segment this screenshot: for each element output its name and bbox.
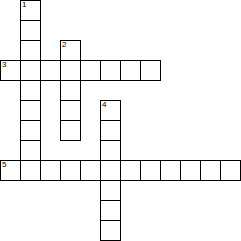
crossword-cell-r6c5[interactable] — [100, 120, 121, 141]
clue-number-2: 2 — [62, 41, 66, 49]
crossword-cell-r1c1[interactable] — [20, 20, 41, 41]
crossword-cell-r9c5[interactable] — [100, 180, 121, 201]
crossword-cell-r3c6[interactable] — [120, 60, 141, 81]
crossword-cell-r8c7[interactable] — [140, 160, 161, 181]
crossword-cell-r8c6[interactable] — [120, 160, 141, 181]
crossword-cell-r8c11[interactable] — [220, 160, 241, 181]
crossword-cell-r8c10[interactable] — [200, 160, 221, 181]
crossword-cell-r5c3[interactable] — [60, 100, 81, 121]
crossword-cell-r8c4[interactable] — [80, 160, 101, 181]
crossword-cell-r10c5[interactable] — [100, 200, 121, 221]
crossword-cell-r7c1[interactable] — [20, 140, 41, 161]
clue-number-4: 4 — [102, 101, 106, 109]
clue-number-3: 3 — [2, 61, 6, 69]
crossword-cell-r4c3[interactable] — [60, 80, 81, 101]
crossword-cell-r8c9[interactable] — [180, 160, 201, 181]
crossword-grid: 12345 — [0, 0, 241, 241]
crossword-cell-r3c1[interactable] — [20, 60, 41, 81]
crossword-cell-r2c1[interactable] — [20, 40, 41, 61]
clue-number-1: 1 — [22, 1, 26, 9]
crossword-cell-r5c1[interactable] — [20, 100, 41, 121]
crossword-cell-r8c8[interactable] — [160, 160, 181, 181]
crossword-cell-r8c5[interactable] — [100, 160, 121, 181]
crossword-cell-r7c5[interactable] — [100, 140, 121, 161]
crossword-cell-r3c2[interactable] — [40, 60, 61, 81]
crossword-cell-r3c5[interactable] — [100, 60, 121, 81]
clue-number-5: 5 — [2, 161, 6, 169]
crossword-cell-r11c5[interactable] — [100, 220, 121, 241]
crossword-cell-r8c2[interactable] — [40, 160, 61, 181]
crossword-cell-r8c3[interactable] — [60, 160, 81, 181]
crossword-cell-r6c1[interactable] — [20, 120, 41, 141]
crossword-cell-r6c3[interactable] — [60, 120, 81, 141]
crossword-cell-r3c3[interactable] — [60, 60, 81, 81]
crossword-cell-r4c1[interactable] — [20, 80, 41, 101]
crossword-cell-r3c7[interactable] — [140, 60, 161, 81]
crossword-cell-r3c4[interactable] — [80, 60, 101, 81]
crossword-cell-r8c1[interactable] — [20, 160, 41, 181]
